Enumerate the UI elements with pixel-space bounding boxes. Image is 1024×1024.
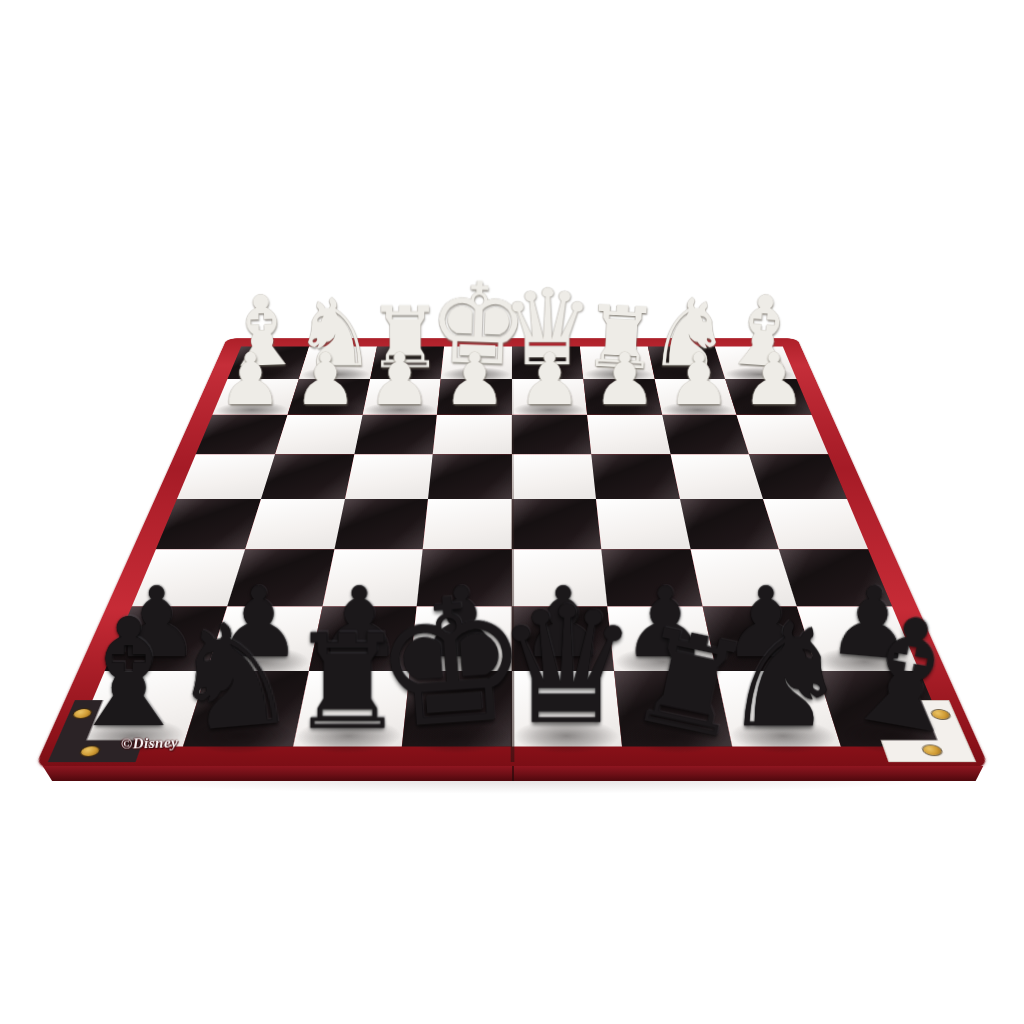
square-r3c0 bbox=[177, 454, 275, 499]
piece-white-pawn: ♟ bbox=[517, 346, 581, 414]
square-r2c1 bbox=[275, 415, 362, 455]
square-r2c3 bbox=[433, 415, 512, 455]
piece-black-knight: ♞ bbox=[162, 603, 302, 750]
piece-white-pawn: ♟ bbox=[368, 346, 432, 414]
square-r2c2 bbox=[354, 415, 437, 455]
square-r4c7 bbox=[763, 499, 868, 549]
square-r2c7 bbox=[737, 415, 829, 455]
square-r3c4 bbox=[512, 454, 596, 499]
square-r3c6 bbox=[670, 454, 763, 499]
square-r2c5 bbox=[587, 415, 670, 455]
square-r4c2 bbox=[334, 499, 428, 549]
square-r1c3: ♟ bbox=[437, 379, 512, 415]
piece-white-pawn: ♟ bbox=[592, 346, 656, 414]
square-r7c5: ♜ bbox=[614, 671, 732, 746]
square-r4c4 bbox=[512, 499, 601, 549]
board-near-edge bbox=[35, 766, 989, 781]
piece-white-pawn: ♟ bbox=[667, 346, 731, 414]
product-photo-stage: ♝♞♜♚♛♜♞♝♟♟♟♟♟♟♟♟♟♟♟♟♟♟♟♟♝♞♜♚♛♜♞♝ ©Disney bbox=[0, 0, 1024, 1024]
square-r3c3 bbox=[428, 454, 512, 499]
square-r1c1: ♟ bbox=[287, 379, 369, 415]
edge-fold-seam bbox=[512, 766, 514, 781]
square-r4c3 bbox=[423, 499, 512, 549]
square-r7c3: ♚ bbox=[402, 671, 512, 746]
piece-black-bishop: ♝ bbox=[830, 593, 986, 756]
piece-white-pawn: ♟ bbox=[218, 346, 282, 414]
square-r3c1 bbox=[261, 454, 354, 499]
square-r1c7: ♟ bbox=[725, 379, 811, 415]
square-r7c6: ♞ bbox=[716, 671, 842, 746]
square-r1c0: ♟ bbox=[212, 379, 298, 415]
square-r1c6: ♟ bbox=[654, 379, 736, 415]
square-r2c0 bbox=[196, 415, 288, 455]
square-r2c6 bbox=[662, 415, 749, 455]
square-r4c6 bbox=[680, 499, 780, 549]
board-scene: ♝♞♜♚♛♜♞♝♟♟♟♟♟♟♟♟♟♟♟♟♟♟♟♟♝♞♜♚♛♜♞♝ bbox=[155, 142, 869, 856]
piece-white-pawn: ♟ bbox=[293, 346, 357, 414]
grommet-icon bbox=[79, 746, 100, 756]
square-r1c5: ♟ bbox=[583, 379, 662, 415]
square-r3c7 bbox=[749, 454, 847, 499]
chess-board-frame: ♝♞♜♚♛♜♞♝♟♟♟♟♟♟♟♟♟♟♟♟♟♟♟♟♝♞♜♚♛♜♞♝ bbox=[34, 338, 989, 768]
square-r4c5 bbox=[596, 499, 690, 549]
square-r3c5 bbox=[591, 454, 679, 499]
piece-black-king: ♚ bbox=[369, 575, 535, 749]
grommet-icon bbox=[922, 745, 943, 755]
square-r1c4: ♟ bbox=[512, 379, 587, 415]
square-r4c1 bbox=[245, 499, 345, 549]
square-r1c2: ♟ bbox=[362, 379, 441, 415]
piece-black-knight: ♞ bbox=[721, 608, 850, 745]
disney-watermark: ©Disney bbox=[121, 734, 179, 752]
square-r3c2 bbox=[345, 454, 433, 499]
piece-white-pawn: ♟ bbox=[742, 346, 806, 414]
piece-white-pawn: ♟ bbox=[443, 346, 507, 414]
square-r4c0 bbox=[156, 499, 261, 549]
square-r7c1: ♞ bbox=[183, 671, 309, 746]
square-r2c4 bbox=[512, 415, 591, 455]
